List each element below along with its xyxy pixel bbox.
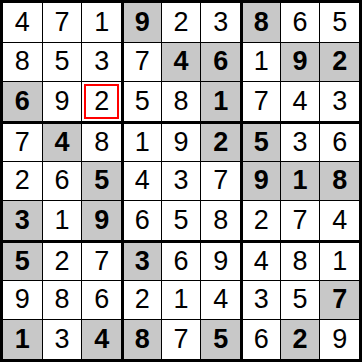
cell-r6c8[interactable]: 7 (281, 201, 320, 240)
cell-r9c2[interactable]: 3 (43, 320, 82, 359)
cell-r1c3[interactable]: 1 (82, 3, 121, 42)
cell-r3c3-selected[interactable]: 2 (82, 82, 121, 121)
cell-r6c9[interactable]: 4 (320, 201, 359, 240)
cell-r9c6[interactable]: 5 (201, 320, 240, 359)
cell-r3c7[interactable]: 7 (241, 82, 280, 121)
cell-r9c3[interactable]: 4 (82, 320, 121, 359)
cell-r3c5[interactable]: 8 (162, 82, 201, 121)
cell-r4c8[interactable]: 3 (281, 122, 320, 161)
cell-r4c1[interactable]: 7 (3, 122, 42, 161)
cell-r4c4[interactable]: 1 (122, 122, 161, 161)
cell-r8c4[interactable]: 2 (122, 281, 161, 320)
cell-r6c1[interactable]: 3 (3, 201, 42, 240)
cell-r2c5[interactable]: 4 (162, 43, 201, 82)
cell-r2c6[interactable]: 6 (201, 43, 240, 82)
cell-r5c2[interactable]: 6 (43, 162, 82, 201)
cell-r1c8[interactable]: 6 (281, 3, 320, 42)
cell-r4c3[interactable]: 8 (82, 122, 121, 161)
cell-r3c9[interactable]: 3 (320, 82, 359, 121)
cell-r6c4[interactable]: 6 (122, 201, 161, 240)
cell-r2c8[interactable]: 9 (281, 43, 320, 82)
cell-r5c1[interactable]: 2 (3, 162, 42, 201)
cell-r1c6[interactable]: 3 (201, 3, 240, 42)
cell-r2c4[interactable]: 7 (122, 43, 161, 82)
cell-r3c1[interactable]: 6 (3, 82, 42, 121)
cell-r8c2[interactable]: 8 (43, 281, 82, 320)
cell-r2c9[interactable]: 2 (320, 43, 359, 82)
cell-r9c7[interactable]: 6 (241, 320, 280, 359)
cell-r1c9[interactable]: 5 (320, 3, 359, 42)
cell-r1c4[interactable]: 9 (122, 3, 161, 42)
cell-r4c5[interactable]: 9 (162, 122, 201, 161)
cell-r2c1[interactable]: 8 (3, 43, 42, 82)
cell-r6c2[interactable]: 1 (43, 201, 82, 240)
cell-r8c7[interactable]: 3 (241, 281, 280, 320)
cell-r8c8[interactable]: 5 (281, 281, 320, 320)
cell-r3c6[interactable]: 1 (201, 82, 240, 121)
sudoku-board: 4719238658537461926925817437481925362654… (0, 0, 362, 362)
cell-r7c3[interactable]: 7 (82, 241, 121, 280)
cell-r3c4[interactable]: 5 (122, 82, 161, 121)
cell-r5c3[interactable]: 5 (82, 162, 121, 201)
cell-r5c9[interactable]: 8 (320, 162, 359, 201)
cell-r7c1[interactable]: 5 (3, 241, 42, 280)
cell-r8c6[interactable]: 4 (201, 281, 240, 320)
cell-r8c5[interactable]: 1 (162, 281, 201, 320)
cell-r9c9[interactable]: 9 (320, 320, 359, 359)
cell-r7c8[interactable]: 8 (281, 241, 320, 280)
cell-r7c6[interactable]: 9 (201, 241, 240, 280)
cell-r5c7[interactable]: 9 (241, 162, 280, 201)
cell-r2c7[interactable]: 1 (241, 43, 280, 82)
cell-r7c2[interactable]: 2 (43, 241, 82, 280)
cell-r7c7[interactable]: 4 (241, 241, 280, 280)
cell-r2c3[interactable]: 3 (82, 43, 121, 82)
cell-r7c9[interactable]: 1 (320, 241, 359, 280)
cell-r8c3[interactable]: 6 (82, 281, 121, 320)
cell-r5c5[interactable]: 3 (162, 162, 201, 201)
cell-r1c7[interactable]: 8 (241, 3, 280, 42)
cell-r2c2[interactable]: 5 (43, 43, 82, 82)
cell-r4c7[interactable]: 5 (241, 122, 280, 161)
cell-r9c1[interactable]: 1 (3, 320, 42, 359)
cell-r5c8[interactable]: 1 (281, 162, 320, 201)
cell-r4c6[interactable]: 2 (201, 122, 240, 161)
cell-r8c1[interactable]: 9 (3, 281, 42, 320)
cell-r9c5[interactable]: 7 (162, 320, 201, 359)
cell-r9c8[interactable]: 2 (281, 320, 320, 359)
cell-r6c5[interactable]: 5 (162, 201, 201, 240)
cell-r1c2[interactable]: 7 (43, 3, 82, 42)
cell-r5c4[interactable]: 4 (122, 162, 161, 201)
cell-r7c5[interactable]: 6 (162, 241, 201, 280)
cell-r6c6[interactable]: 8 (201, 201, 240, 240)
cell-r4c2[interactable]: 4 (43, 122, 82, 161)
cell-r1c1[interactable]: 4 (3, 3, 42, 42)
cell-r6c3[interactable]: 9 (82, 201, 121, 240)
cell-r9c4[interactable]: 8 (122, 320, 161, 359)
cell-r1c5[interactable]: 2 (162, 3, 201, 42)
cell-r5c6[interactable]: 7 (201, 162, 240, 201)
cell-r4c9[interactable]: 6 (320, 122, 359, 161)
cell-r3c2[interactable]: 9 (43, 82, 82, 121)
cell-r8c9[interactable]: 7 (320, 281, 359, 320)
cell-r6c7[interactable]: 2 (241, 201, 280, 240)
cell-r3c8[interactable]: 4 (281, 82, 320, 121)
cell-r7c4[interactable]: 3 (122, 241, 161, 280)
